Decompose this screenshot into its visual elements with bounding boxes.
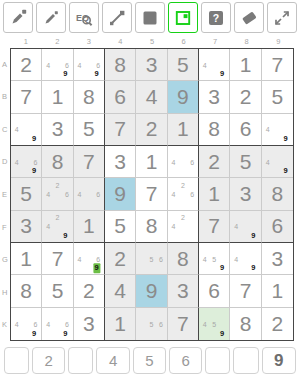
pencil-mark: 5 (150, 255, 154, 262)
cell-B9[interactable]: 5 (262, 81, 293, 113)
digit: 3 (42, 114, 72, 145)
cell-A9[interactable]: 7 (262, 49, 293, 81)
row-label-A: A (0, 48, 10, 81)
solution-mark-9: 9 (282, 166, 289, 176)
fill-square-icon (140, 8, 160, 28)
digit: 5 (11, 178, 41, 209)
marker-pen-icon (8, 8, 28, 28)
pencil-mark: 4 (46, 223, 50, 230)
pencil-mark: 6 (190, 158, 194, 165)
cell-C8[interactable]: 6 (230, 114, 261, 146)
numpad-blank-8[interactable] (233, 347, 258, 374)
digit: 8 (136, 211, 166, 242)
cell-C3[interactable]: 5 (74, 114, 105, 146)
expand-button[interactable] (267, 2, 297, 33)
cell-B6[interactable]: 9 (168, 81, 199, 113)
digit: 8 (262, 178, 293, 209)
row-label-D: D (0, 146, 10, 179)
solution-mark-9: 9 (282, 134, 289, 144)
row-label-F: F (0, 211, 10, 244)
cell-A4[interactable]: 8 (105, 49, 136, 81)
cell-G7[interactable]: 459 (199, 243, 230, 275)
pencil-mark: 2 (56, 213, 60, 220)
digit: 8 (42, 146, 72, 177)
help-icon: ? (206, 8, 226, 28)
pencil-mark: 4 (266, 158, 270, 165)
digit: 7 (199, 211, 229, 242)
digit: 7 (74, 146, 104, 177)
digit: 5 (74, 114, 104, 145)
digit: 3 (136, 49, 166, 80)
digit: 6 (262, 211, 293, 242)
cell-D6[interactable]: 46 (168, 146, 199, 178)
digit: 4 (136, 81, 166, 112)
row-label-B: B (0, 81, 10, 114)
digit: 3 (199, 81, 229, 112)
cell-A7[interactable]: 49 (199, 49, 230, 81)
solution-mark-9: 9 (62, 231, 69, 241)
digit: 5 (262, 81, 293, 112)
cell-B3[interactable]: 8 (74, 81, 105, 113)
search-eq-icon: EQ (74, 8, 94, 28)
pencil-mark: 4 (266, 126, 270, 133)
digit: 8 (74, 81, 104, 112)
cell-B4[interactable]: 6 (105, 81, 136, 113)
cell-K4[interactable]: 1 (105, 308, 136, 340)
pencil-mark: 4 (77, 61, 81, 68)
pencil-mark: 5 (212, 255, 216, 262)
cell-D4[interactable]: 3 (105, 146, 136, 178)
pencil-mark: 4 (234, 255, 238, 262)
cell-C9[interactable]: 49 (262, 114, 293, 146)
cell-H4[interactable]: 4 (105, 275, 136, 307)
digit: 8 (199, 114, 229, 145)
row-labels: ABCDEFGHK (0, 48, 10, 341)
cell-F4[interactable]: 5 (105, 211, 136, 243)
pencil-mark: 6 (34, 320, 38, 327)
cell-B5[interactable]: 4 (136, 81, 167, 113)
digit: 1 (105, 308, 135, 340)
cell-A8[interactable]: 1 (230, 49, 261, 81)
digit: 1 (168, 114, 198, 145)
cell-F5[interactable]: 8 (136, 211, 167, 243)
solution-mark-9: 9 (250, 231, 257, 241)
cell-D1[interactable]: 469 (11, 146, 42, 178)
pencil-mark: 4 (171, 223, 175, 230)
pencil-mark: 4 (171, 190, 175, 197)
numpad-6[interactable]: 6 (169, 347, 202, 374)
pencil-mark: 4 (77, 255, 81, 262)
cell-E1[interactable]: 5 (11, 178, 42, 210)
pencil-mark: 4 (77, 190, 81, 197)
cell-F2[interactable]: 249 (42, 211, 73, 243)
numpad-9[interactable]: 9 (262, 347, 296, 374)
cell-D5[interactable]: 1 (136, 146, 167, 178)
cell-E5[interactable]: 7 (136, 178, 167, 210)
pencil-mark: 4 (46, 190, 50, 197)
digit: 2 (230, 81, 260, 112)
cell-G1[interactable]: 1 (11, 243, 42, 275)
solution-mark-9: 9 (93, 69, 100, 79)
digit: 3 (74, 308, 104, 340)
solution-mark-9: 9 (30, 329, 37, 339)
cell-G6[interactable]: 8 (168, 243, 199, 275)
digit: 7 (105, 114, 135, 145)
digit: 2 (199, 146, 229, 177)
pencil-icon (41, 8, 61, 28)
digit: 9 (105, 178, 135, 209)
cell-D9[interactable]: 49 (262, 146, 293, 178)
digit: 8 (11, 275, 41, 306)
pencil-mark: 5 (212, 320, 216, 327)
cell-K2[interactable]: 469 (42, 308, 73, 340)
cell-K3[interactable]: 3 (74, 308, 105, 340)
cell-A2[interactable]: 469 (42, 49, 73, 81)
toolbar: EQ ? (0, 0, 300, 35)
col-label-7: 7 (199, 37, 231, 47)
cell-K7[interactable]: 459 (199, 308, 230, 340)
cell-K8[interactable]: 8 (230, 308, 261, 340)
help-button[interactable]: ? (201, 2, 231, 33)
pencil-button[interactable] (36, 2, 66, 33)
cell-C6[interactable]: 1 (168, 114, 199, 146)
cell-H7[interactable]: 6 (199, 275, 230, 307)
col-label-4: 4 (105, 37, 137, 47)
solution-mark-9: 9 (30, 134, 37, 144)
digit: 7 (262, 49, 293, 80)
cell-E7[interactable]: 1 (199, 178, 230, 210)
cell-H1[interactable]: 8 (11, 275, 42, 307)
cell-D8[interactable]: 5 (230, 146, 261, 178)
digit: 1 (42, 81, 72, 112)
cell-E8[interactable]: 3 (230, 178, 261, 210)
pencil-mark: 2 (181, 213, 185, 220)
pencil-mark: 6 (96, 61, 100, 68)
cell-H3[interactable]: 2 (74, 275, 105, 307)
col-label-2: 2 (42, 37, 74, 47)
col-label-3: 3 (73, 37, 105, 47)
cell-B7[interactable]: 3 (199, 81, 230, 113)
col-label-9: 9 (262, 37, 294, 47)
pencil-mark: 5 (150, 320, 154, 327)
digit: 8 (168, 243, 198, 274)
pencil-mark: 6 (159, 255, 163, 262)
pencil-mark: 4 (203, 320, 207, 327)
cell-H8[interactable]: 7 (230, 275, 261, 307)
numpad-blank-7[interactable] (205, 347, 230, 374)
cell-F3[interactable]: 1 (74, 211, 105, 243)
board-area: ABCDEFGHK 246946983549177186493254935721… (0, 48, 300, 341)
digit: 6 (230, 114, 260, 145)
pencil-mark: 6 (159, 320, 163, 327)
pencil-mark: 4 (203, 255, 207, 262)
pencil-mark: 4 (15, 320, 19, 327)
pencil-mark: 2 (181, 181, 185, 188)
solution-mark-9: 9 (30, 166, 37, 176)
pencil-mark: 4 (46, 61, 50, 68)
sudoku-grid: 2469469835491771864932549357218649469873… (10, 48, 294, 341)
solution-mark-9: 9 (62, 69, 69, 79)
digit: 9 (168, 81, 198, 112)
cell-G5[interactable]: 56 (136, 243, 167, 275)
row-label-H: H (0, 276, 10, 309)
cell-B1[interactable]: 7 (11, 81, 42, 113)
digit: 8 (230, 308, 260, 340)
row-label-C: C (0, 113, 10, 146)
cell-K5[interactable]: 56 (136, 308, 167, 340)
cell-G8[interactable]: 49 (230, 243, 261, 275)
digit: 7 (136, 178, 166, 209)
eraser-button[interactable] (234, 2, 264, 33)
pencil-mark: 4 (171, 158, 175, 165)
cell-F1[interactable]: 3 (11, 211, 42, 243)
solution-mark-9: 9 (93, 263, 100, 273)
digit: 7 (42, 243, 72, 274)
digit: 3 (168, 275, 198, 306)
cell-C4[interactable]: 7 (105, 114, 136, 146)
pencil-mark: 6 (34, 158, 38, 165)
expand-icon (272, 8, 292, 28)
cell-B2[interactable]: 1 (42, 81, 73, 113)
pencil-mark: 2 (56, 181, 60, 188)
cell-E6[interactable]: 246 (168, 178, 199, 210)
cell-E2[interactable]: 246 (42, 178, 73, 210)
cell-G9[interactable]: 3 (262, 243, 293, 275)
cell-F6[interactable]: 24 (168, 211, 199, 243)
numpad-2[interactable]: 2 (32, 347, 65, 374)
cell-H5[interactable]: 9 (136, 275, 167, 307)
cell-G3[interactable]: 469 (74, 243, 105, 275)
solution-mark-9: 9 (218, 69, 225, 79)
corner-mark-icon (173, 8, 193, 28)
cell-C2[interactable]: 3 (42, 114, 73, 146)
cell-A3[interactable]: 469 (74, 49, 105, 81)
cell-C7[interactable]: 8 (199, 114, 230, 146)
pencil-mark: 6 (65, 320, 69, 327)
number-pad: 24569 (0, 347, 300, 374)
digit: 1 (11, 243, 41, 274)
marker-pen-button[interactable] (3, 2, 33, 33)
digit: 1 (199, 178, 229, 209)
col-label-5: 5 (136, 37, 168, 47)
search-eq-button[interactable]: EQ (69, 2, 99, 33)
row-label-K: K (0, 308, 10, 341)
pencil-mark: 6 (96, 255, 100, 262)
pencil-mark: 6 (96, 190, 100, 197)
digit: 3 (105, 146, 135, 177)
digit: 2 (105, 243, 135, 274)
cell-D7[interactable]: 2 (199, 146, 230, 178)
cell-H2[interactable]: 5 (42, 275, 73, 307)
cell-G4[interactable]: 2 (105, 243, 136, 275)
digit: 3 (11, 211, 41, 242)
solution-mark-9: 9 (218, 263, 225, 273)
chain-line-icon (107, 8, 127, 28)
numpad-blank-3[interactable] (68, 347, 93, 374)
digit: 1 (136, 146, 166, 177)
cell-E9[interactable]: 8 (262, 178, 293, 210)
cell-G2[interactable]: 7 (42, 243, 73, 275)
cell-H6[interactable]: 3 (168, 275, 199, 307)
digit: 5 (42, 275, 72, 306)
digit: 3 (262, 243, 293, 274)
digit: 6 (105, 81, 135, 112)
solution-mark-9: 9 (62, 329, 69, 339)
digit: 2 (262, 308, 293, 340)
eraser-icon (239, 8, 259, 28)
pencil-mark: 6 (190, 190, 194, 197)
row-label-G: G (0, 243, 10, 276)
cell-A6[interactable]: 5 (168, 49, 199, 81)
numpad-5[interactable]: 5 (133, 347, 166, 374)
digit: 5 (105, 211, 135, 242)
digit: 1 (230, 49, 260, 80)
pencil-mark: 4 (15, 126, 19, 133)
digit: 7 (168, 308, 198, 340)
cell-A5[interactable]: 3 (136, 49, 167, 81)
digit: 7 (11, 81, 41, 112)
col-label-6: 6 (168, 37, 200, 47)
svg-text:?: ? (213, 12, 219, 24)
cell-F8[interactable]: 49 (230, 211, 261, 243)
pencil-mark: 4 (203, 61, 207, 68)
cell-H9[interactable]: 1 (262, 275, 293, 307)
pencil-mark: 4 (15, 158, 19, 165)
digit: 5 (230, 146, 260, 177)
solution-mark-9: 9 (250, 263, 257, 273)
digit: 5 (168, 49, 198, 80)
digit: 2 (11, 49, 41, 80)
cell-A1[interactable]: 2 (11, 49, 42, 81)
numpad-4[interactable]: 4 (96, 347, 129, 374)
fill-square-button[interactable] (135, 2, 165, 33)
solution-mark-9: 9 (218, 329, 225, 339)
column-labels: 123456789 (10, 37, 294, 47)
cell-F9[interactable]: 6 (262, 211, 293, 243)
cell-D2[interactable]: 8 (42, 146, 73, 178)
digit: 4 (105, 275, 135, 306)
pencil-mark: 4 (46, 320, 50, 327)
cell-E4[interactable]: 9 (105, 178, 136, 210)
col-label-8: 8 (231, 37, 263, 47)
cell-K9[interactable]: 2 (262, 308, 293, 340)
chain-line-button[interactable] (102, 2, 132, 33)
numpad-blank-1[interactable] (4, 347, 29, 374)
digit: 9 (136, 275, 166, 306)
cell-E3[interactable]: 46 (74, 178, 105, 210)
col-label-1: 1 (10, 37, 42, 47)
cell-C1[interactable]: 49 (11, 114, 42, 146)
pencil-mark: 6 (65, 190, 69, 197)
cell-F7[interactable]: 7 (199, 211, 230, 243)
row-label-E: E (0, 178, 10, 211)
cell-D3[interactable]: 7 (74, 146, 105, 178)
pencil-mark: 6 (65, 61, 69, 68)
digit: 2 (74, 275, 104, 306)
pencil-mark: 4 (234, 223, 238, 230)
digit: 1 (262, 275, 293, 306)
corner-mark-button[interactable] (168, 2, 198, 33)
digit: 2 (136, 114, 166, 145)
digit: 6 (199, 275, 229, 306)
digit: 1 (74, 211, 104, 242)
digit: 3 (230, 178, 260, 209)
digit: 7 (230, 275, 260, 306)
cell-B8[interactable]: 2 (230, 81, 261, 113)
cell-K1[interactable]: 469 (11, 308, 42, 340)
digit: 8 (105, 49, 135, 80)
cell-C5[interactable]: 2 (136, 114, 167, 146)
cell-K6[interactable]: 7 (168, 308, 199, 340)
